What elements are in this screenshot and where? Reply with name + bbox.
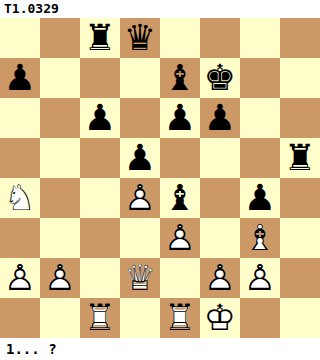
black-piece-glyph: ♚: [200, 58, 240, 98]
piece-black-queen-d8[interactable]: ♛: [120, 18, 160, 58]
piece-black-pawn-g4[interactable]: ♟: [240, 178, 280, 218]
square-g6[interactable]: [240, 98, 280, 138]
piece-white-pawn-b2[interactable]: ♟♙: [40, 258, 80, 298]
square-h5[interactable]: ♜: [280, 138, 320, 178]
square-b2[interactable]: ♟♙: [40, 258, 80, 298]
piece-white-pawn-f2[interactable]: ♟♙: [200, 258, 240, 298]
square-h4[interactable]: [280, 178, 320, 218]
square-h7[interactable]: [280, 58, 320, 98]
piece-black-king-f7[interactable]: ♚: [200, 58, 240, 98]
white-piece-outline: ♔: [200, 298, 240, 338]
white-piece-outline: ♙: [160, 218, 200, 258]
chess-board: ♜♛♟♝♚♟♟♟♟♜♞♘♟♙♝♟♟♙♝♗♟♙♟♙♛♕♟♙♟♙♜♖♜♖♚♔: [0, 18, 320, 338]
square-e7[interactable]: ♝: [160, 58, 200, 98]
square-d4[interactable]: ♟♙: [120, 178, 160, 218]
square-c3[interactable]: [80, 218, 120, 258]
square-g5[interactable]: [240, 138, 280, 178]
square-e1[interactable]: ♜♖: [160, 298, 200, 338]
square-a8[interactable]: [0, 18, 40, 58]
piece-black-rook-c8[interactable]: ♜: [80, 18, 120, 58]
square-d7[interactable]: [120, 58, 160, 98]
square-a4[interactable]: ♞♘: [0, 178, 40, 218]
square-a5[interactable]: [0, 138, 40, 178]
square-b8[interactable]: [40, 18, 80, 58]
square-f5[interactable]: [200, 138, 240, 178]
square-d1[interactable]: [120, 298, 160, 338]
black-piece-glyph: ♛: [120, 18, 160, 58]
piece-white-pawn-g2[interactable]: ♟♙: [240, 258, 280, 298]
square-b6[interactable]: [40, 98, 80, 138]
square-f4[interactable]: [200, 178, 240, 218]
square-g1[interactable]: [240, 298, 280, 338]
square-c1[interactable]: ♜♖: [80, 298, 120, 338]
black-piece-glyph: ♜: [280, 138, 320, 178]
square-d2[interactable]: ♛♕: [120, 258, 160, 298]
square-g2[interactable]: ♟♙: [240, 258, 280, 298]
square-e3[interactable]: ♟♙: [160, 218, 200, 258]
square-c2[interactable]: [80, 258, 120, 298]
square-c6[interactable]: ♟: [80, 98, 120, 138]
square-h6[interactable]: [280, 98, 320, 138]
black-piece-glyph: ♟: [80, 98, 120, 138]
white-piece-outline: ♙: [240, 258, 280, 298]
square-h2[interactable]: [280, 258, 320, 298]
square-d3[interactable]: [120, 218, 160, 258]
square-d8[interactable]: ♛: [120, 18, 160, 58]
square-b1[interactable]: [40, 298, 80, 338]
piece-black-bishop-e4[interactable]: ♝: [160, 178, 200, 218]
square-f1[interactable]: ♚♔: [200, 298, 240, 338]
white-piece-outline: ♙: [120, 178, 160, 218]
square-c4[interactable]: [80, 178, 120, 218]
square-h1[interactable]: [280, 298, 320, 338]
square-d5[interactable]: ♟: [120, 138, 160, 178]
black-piece-glyph: ♜: [80, 18, 120, 58]
black-piece-glyph: ♟: [120, 138, 160, 178]
square-f6[interactable]: ♟: [200, 98, 240, 138]
piece-black-pawn-a7[interactable]: ♟: [0, 58, 40, 98]
square-e2[interactable]: [160, 258, 200, 298]
square-g3[interactable]: ♝♗: [240, 218, 280, 258]
piece-black-pawn-d5[interactable]: ♟: [120, 138, 160, 178]
black-piece-glyph: ♟: [200, 98, 240, 138]
puzzle-id: T1.0329: [0, 0, 320, 18]
piece-black-pawn-c6[interactable]: ♟: [80, 98, 120, 138]
black-piece-glyph: ♟: [0, 58, 40, 98]
piece-white-bishop-g3[interactable]: ♝♗: [240, 218, 280, 258]
square-e5[interactable]: [160, 138, 200, 178]
white-piece-outline: ♖: [160, 298, 200, 338]
white-piece-outline: ♙: [40, 258, 80, 298]
black-piece-glyph: ♟: [240, 178, 280, 218]
square-d6[interactable]: [120, 98, 160, 138]
square-c7[interactable]: [80, 58, 120, 98]
square-g7[interactable]: [240, 58, 280, 98]
square-f8[interactable]: [200, 18, 240, 58]
square-b7[interactable]: [40, 58, 80, 98]
black-piece-glyph: ♟: [160, 98, 200, 138]
square-e8[interactable]: [160, 18, 200, 58]
square-b5[interactable]: [40, 138, 80, 178]
square-c8[interactable]: ♜: [80, 18, 120, 58]
square-h3[interactable]: [280, 218, 320, 258]
black-piece-glyph: ♝: [160, 178, 200, 218]
white-piece-outline: ♗: [240, 218, 280, 258]
white-piece-outline: ♙: [0, 258, 40, 298]
square-a2[interactable]: ♟♙: [0, 258, 40, 298]
piece-black-pawn-f6[interactable]: ♟: [200, 98, 240, 138]
piece-white-rook-c1[interactable]: ♜♖: [80, 298, 120, 338]
white-piece-outline: ♙: [200, 258, 240, 298]
piece-white-rook-e1[interactable]: ♜♖: [160, 298, 200, 338]
square-f2[interactable]: ♟♙: [200, 258, 240, 298]
square-a1[interactable]: [0, 298, 40, 338]
piece-white-knight-a4[interactable]: ♞♘: [0, 178, 40, 218]
piece-black-rook-h5[interactable]: ♜: [280, 138, 320, 178]
square-b3[interactable]: [40, 218, 80, 258]
piece-white-pawn-a2[interactable]: ♟♙: [0, 258, 40, 298]
piece-white-king-f1[interactable]: ♚♔: [200, 298, 240, 338]
square-h8[interactable]: [280, 18, 320, 58]
white-piece-outline: ♖: [80, 298, 120, 338]
square-f3[interactable]: [200, 218, 240, 258]
square-a6[interactable]: [0, 98, 40, 138]
square-f7[interactable]: ♚: [200, 58, 240, 98]
square-e6[interactable]: ♟: [160, 98, 200, 138]
piece-white-pawn-e3[interactable]: ♟♙: [160, 218, 200, 258]
square-a3[interactable]: [0, 218, 40, 258]
piece-black-bishop-e7[interactable]: ♝: [160, 58, 200, 98]
square-g4[interactable]: ♟: [240, 178, 280, 218]
white-piece-outline: ♘: [0, 178, 40, 218]
piece-white-queen-d2[interactable]: ♛♕: [120, 258, 160, 298]
black-piece-glyph: ♝: [160, 58, 200, 98]
white-piece-outline: ♕: [120, 258, 160, 298]
square-b4[interactable]: [40, 178, 80, 218]
piece-white-pawn-d4[interactable]: ♟♙: [120, 178, 160, 218]
piece-black-pawn-e6[interactable]: ♟: [160, 98, 200, 138]
square-c5[interactable]: [80, 138, 120, 178]
square-g8[interactable]: [240, 18, 280, 58]
square-a7[interactable]: ♟: [0, 58, 40, 98]
move-prompt: 1... ?: [0, 338, 320, 360]
square-e4[interactable]: ♝: [160, 178, 200, 218]
